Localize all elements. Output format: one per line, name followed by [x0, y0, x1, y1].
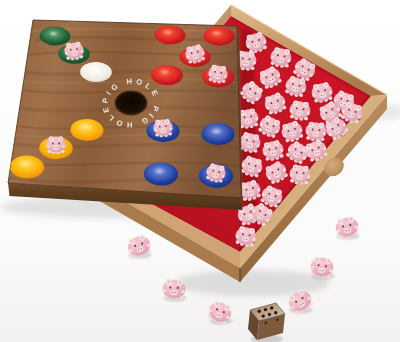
pig-hole-center[interactable] — [116, 92, 146, 115]
product-photo: PIG HOLE PIG HOLE — [0, 0, 400, 342]
pig-on-lid[interactable] — [46, 136, 65, 154]
die-pip — [258, 310, 261, 313]
pig-hole-scene: PIG HOLE PIG HOLE — [0, 0, 400, 342]
die-pip — [268, 313, 271, 316]
die-pip — [276, 318, 279, 321]
lid: PIG HOLE PIG HOLE — [8, 20, 243, 210]
die-pip — [274, 311, 277, 314]
die-pip — [265, 322, 268, 325]
die-pip — [262, 314, 265, 317]
die-pip — [270, 306, 273, 309]
pig-hole-center-group — [115, 91, 148, 116]
die-pip — [264, 308, 267, 311]
